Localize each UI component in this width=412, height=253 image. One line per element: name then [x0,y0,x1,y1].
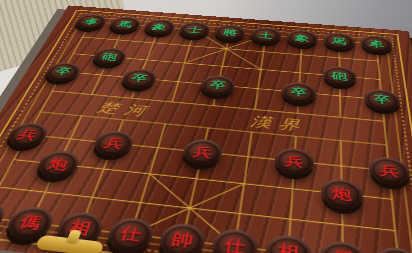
piece-red-cannon[interactable]: 炮 [321,178,364,212]
piece-glyph: 傌 [332,249,354,253]
piece-glyph: 兵 [16,128,39,141]
piece-red-advisor[interactable]: 仕 [104,216,157,253]
piece-glyph: 將 [222,28,238,36]
piece-glyph: 象 [295,34,310,43]
piece-red-soldier[interactable]: 兵 [180,138,224,167]
piece-glyph: 炮 [46,157,70,171]
piece-red-horse[interactable]: 傌 [320,239,367,253]
piece-red-soldier[interactable]: 兵 [274,147,315,177]
piece-glyph: 卒 [290,87,307,98]
xiangqi-board[interactable]: 楚河 漢界 車馬象士將士象馬車砲砲卒卒卒卒卒兵兵兵兵兵炮炮俥傌相仕帥仕相傌俥 [0,5,412,253]
piece-black-elephant[interactable]: 象 [142,18,177,35]
piece-glyph: 兵 [192,145,213,159]
piece-black-soldier[interactable]: 卒 [42,61,84,82]
board-perspective-wrap: 楚河 漢界 車馬象士將士象馬車砲砲卒卒卒卒卒兵兵兵兵兵炮炮俥傌相仕帥仕相傌俥 [0,5,412,253]
piece-black-soldier[interactable]: 卒 [119,68,159,90]
piece-glyph: 卒 [53,67,73,77]
piece-glyph: 砲 [100,52,118,61]
piece-glyph: 士 [187,26,203,34]
piece-glyph: 仕 [118,225,143,243]
piece-glyph: 仕 [223,237,246,253]
piece-glyph: 兵 [103,137,125,150]
piece-red-chariot[interactable]: 俥 [374,245,412,253]
piece-red-general[interactable]: 帥 [156,221,207,253]
piece-glyph: 兵 [379,164,399,179]
piece-glyph: 相 [277,243,299,253]
piece-glyph: 卒 [130,73,149,83]
piece-black-horse[interactable]: 馬 [323,32,355,51]
piece-black-chariot[interactable]: 車 [360,35,393,54]
piece-black-soldier[interactable]: 卒 [364,88,401,112]
piece-black-elephant[interactable]: 象 [286,29,318,47]
piece-glyph: 傌 [17,214,44,231]
piece-glyph: 卒 [209,80,227,91]
piece-black-cannon[interactable]: 砲 [90,47,129,67]
piece-black-advisor[interactable]: 士 [177,21,211,39]
piece-black-advisor[interactable]: 士 [249,26,282,44]
piece-red-soldier[interactable]: 兵 [368,156,411,187]
piece-red-soldier[interactable]: 兵 [3,121,52,148]
piece-red-cannon[interactable]: 炮 [33,150,83,180]
piece-glyph: 象 [151,23,168,31]
piece-black-chariot[interactable]: 車 [73,13,110,30]
photo-scene: 楚河 漢界 車馬象士將士象馬車砲砲卒卒卒卒卒兵兵兵兵兵炮炮俥傌相仕帥仕相傌俥 [0,0,412,253]
piece-red-soldier[interactable]: 兵 [90,130,136,158]
piece-red-elephant[interactable]: 相 [264,233,312,253]
piece-glyph: 砲 [332,71,348,81]
piece-black-general[interactable]: 將 [213,24,246,42]
piece-black-horse[interactable]: 馬 [107,16,143,33]
piece-black-cannon[interactable]: 砲 [323,66,357,88]
pieces-layer: 車馬象士將士象馬車砲砲卒卒卒卒卒兵兵兵兵兵炮炮俥傌相仕帥仕相傌俥 [0,5,412,253]
piece-glyph: 炮 [332,186,352,202]
piece-glyph: 馬 [332,37,347,46]
piece-glyph: 卒 [373,94,391,105]
piece-glyph: 車 [369,40,385,49]
piece-black-soldier[interactable]: 卒 [281,81,317,104]
piece-glyph: 士 [258,31,273,40]
piece-black-soldier[interactable]: 卒 [199,74,237,96]
piece-glyph: 車 [82,18,99,26]
piece-glyph: 帥 [170,231,194,249]
piece-red-advisor[interactable]: 仕 [210,227,259,253]
piece-glyph: 兵 [285,154,304,168]
piece-glyph: 馬 [117,20,134,28]
